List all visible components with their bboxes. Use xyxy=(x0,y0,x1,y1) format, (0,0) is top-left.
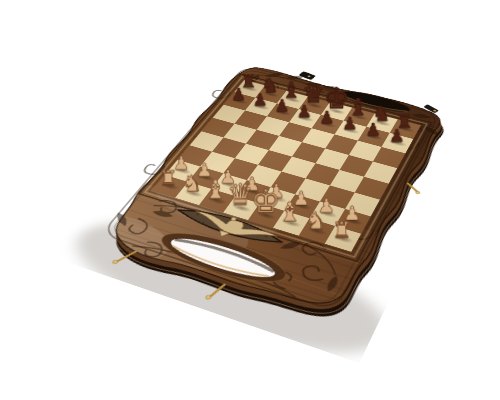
piece-black-pawn-c7[interactable]: ♟ xyxy=(270,97,294,114)
piece-white-knight-b1[interactable]: ♞ xyxy=(179,173,206,196)
piece-black-pawn-f7[interactable]: ♟ xyxy=(337,115,362,132)
wooden-case: ♜♞♝♛♚♝♞♜♟♟♟♟♟♟♟♟♟♟♟♟♟♟♟♟♜♞♝♛♚♝♞♜ xyxy=(85,60,450,326)
piece-black-pawn-a7[interactable]: ♟ xyxy=(226,86,250,102)
piece-white-queen-d1[interactable]: ♛ xyxy=(226,181,253,210)
piece-white-bishop-c1[interactable]: ♝ xyxy=(202,176,229,202)
piece-white-knight-g1[interactable]: ♞ xyxy=(302,209,330,233)
piece-black-pawn-e7[interactable]: ♟ xyxy=(314,109,339,126)
piece-black-pawn-g7[interactable]: ♟ xyxy=(360,121,385,138)
piece-white-rook-h1[interactable]: ♜ xyxy=(328,219,356,241)
piece-white-king-e1[interactable]: ♚ xyxy=(251,185,279,218)
piece-black-pawn-d7[interactable]: ♟ xyxy=(292,103,316,120)
piece-white-bishop-f1[interactable]: ♝ xyxy=(276,198,304,225)
photo-scene: ♜♞♝♛♚♝♞♜♟♟♟♟♟♟♟♟♟♟♟♟♟♟♟♟♜♞♝♛♚♝♞♜ xyxy=(0,0,500,400)
piece-black-pawn-h7[interactable]: ♟ xyxy=(384,127,409,144)
piece-black-pawn-b7[interactable]: ♟ xyxy=(248,92,272,109)
